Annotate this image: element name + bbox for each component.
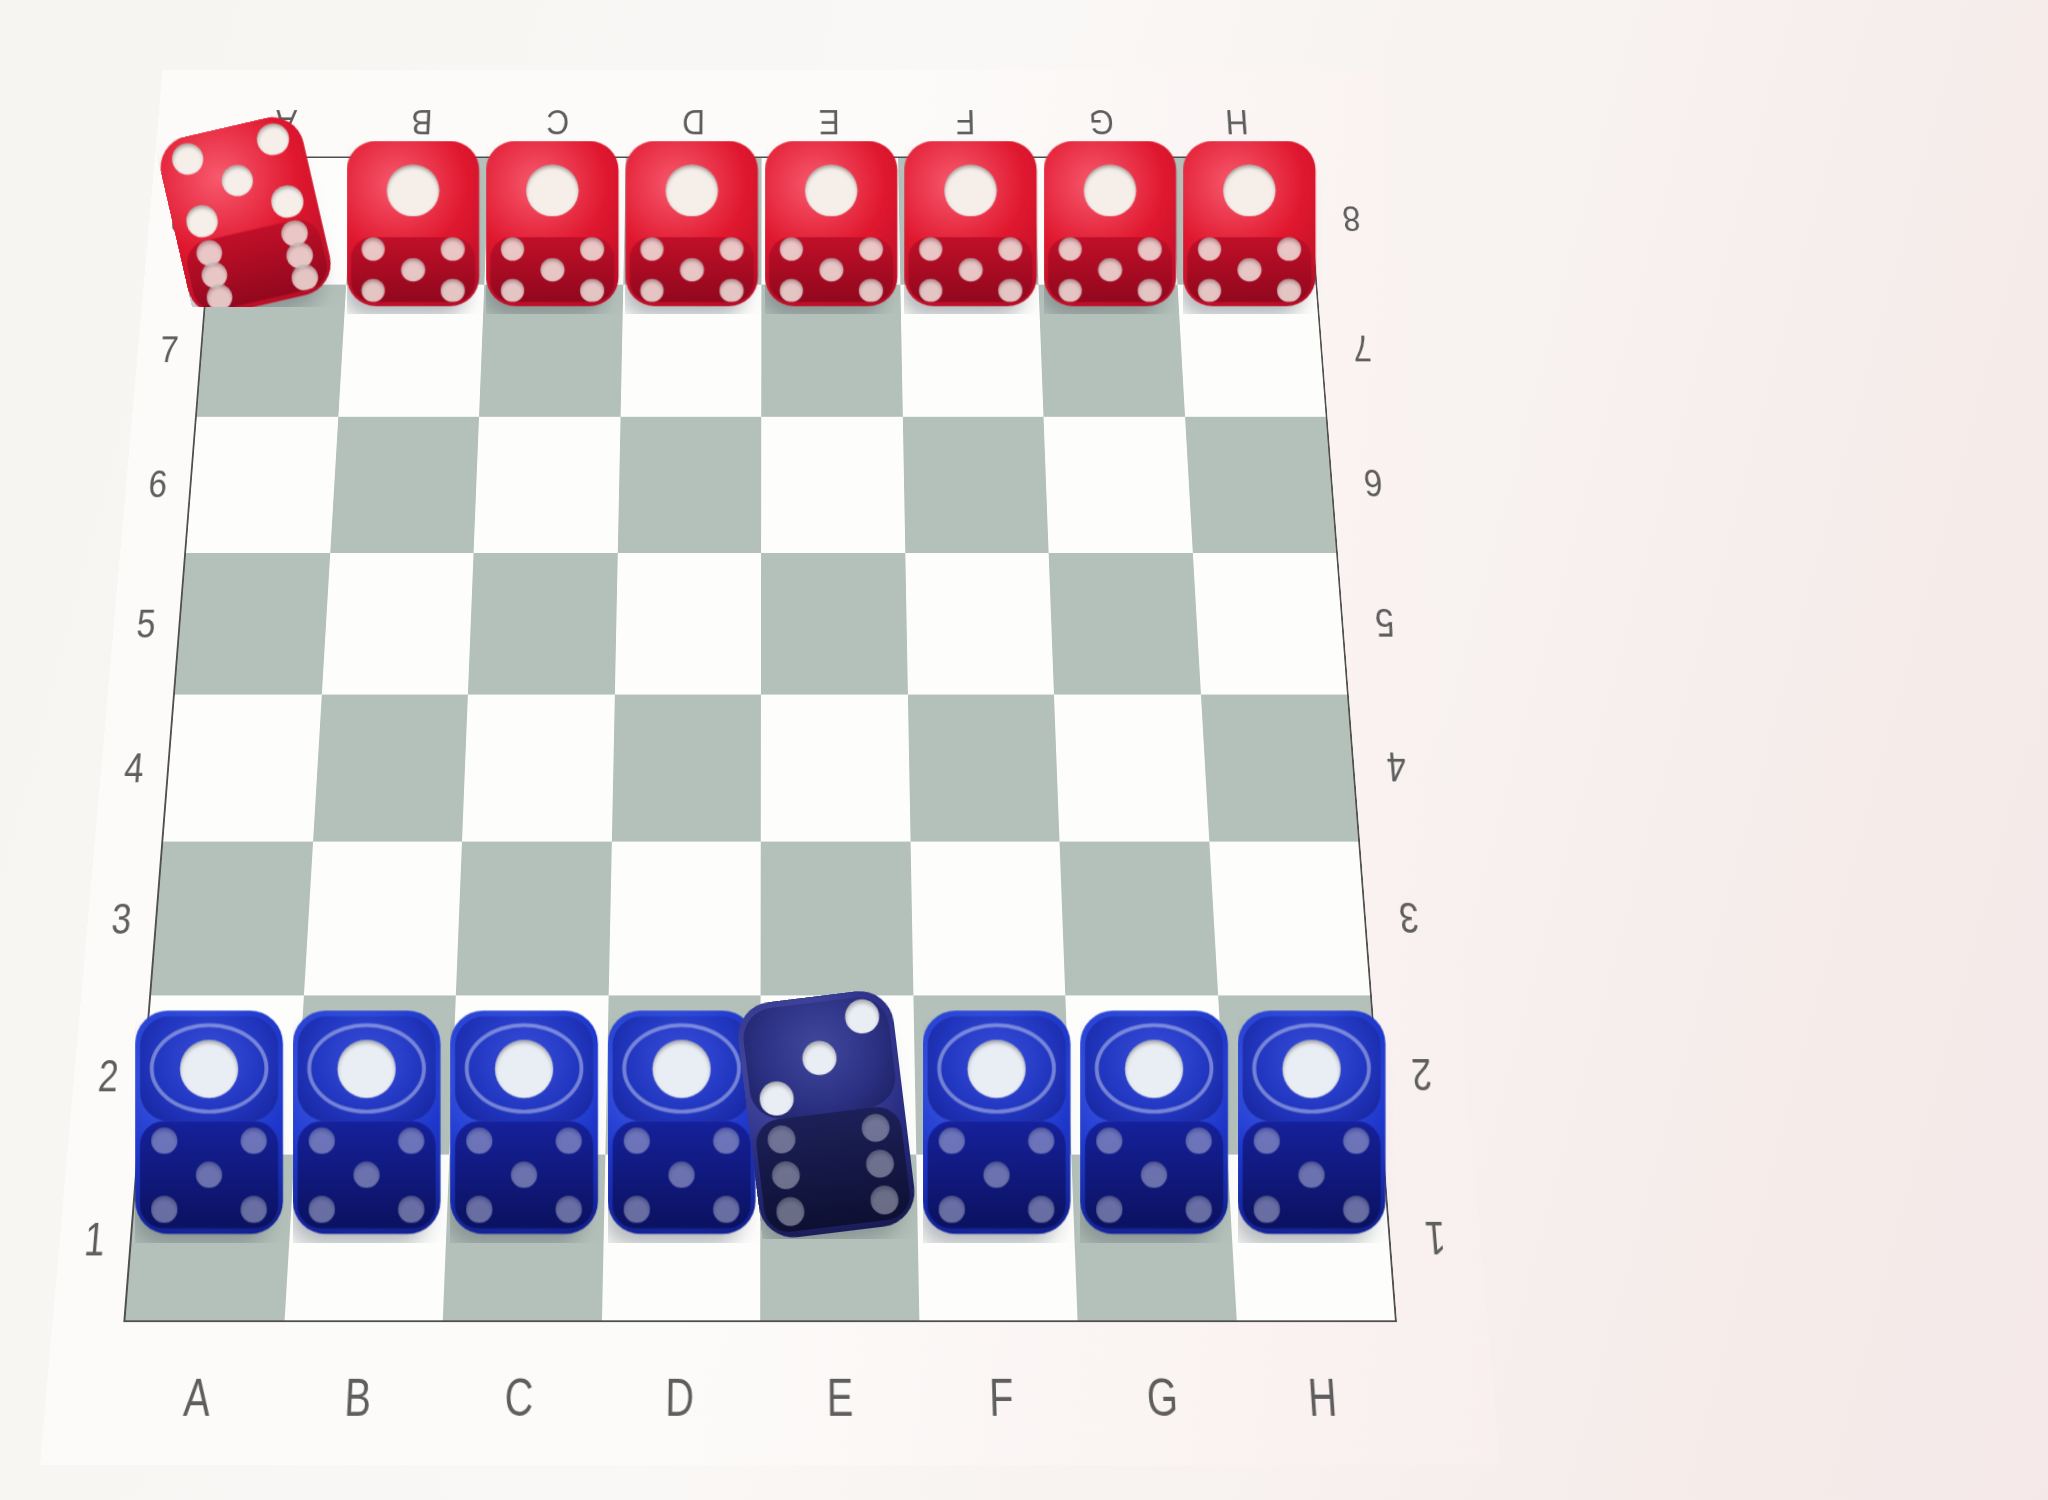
pip (466, 1196, 492, 1222)
pip (999, 237, 1023, 260)
die-front-face (753, 1104, 913, 1235)
pip (1343, 1196, 1369, 1222)
pip (1096, 1196, 1122, 1222)
pip (240, 1196, 266, 1222)
die-front-face (455, 1121, 594, 1228)
die-front-face (1085, 1121, 1224, 1228)
die-top-face (739, 994, 899, 1123)
square-d4[interactable] (611, 695, 761, 842)
rank-label-left-5: 5 (135, 602, 157, 643)
pip (309, 1127, 335, 1153)
pip (1198, 278, 1222, 301)
pip (1138, 237, 1162, 260)
pip (1138, 278, 1162, 301)
file-label-top-a: A (274, 105, 298, 141)
die-top-face (490, 145, 615, 236)
die-top-face (908, 145, 1033, 236)
square-f5[interactable] (905, 553, 1054, 695)
pip (1223, 164, 1275, 216)
pip (219, 161, 257, 199)
die-dark_blue-e1-showing-3[interactable] (734, 987, 918, 1241)
die-slot-e8 (761, 156, 901, 314)
pip (983, 1162, 1009, 1188)
square-e5[interactable] (761, 553, 908, 695)
pip (1098, 258, 1122, 282)
rank-label-right-6: 6 (1362, 464, 1384, 503)
square-d3[interactable] (608, 842, 761, 995)
pip (939, 1127, 965, 1153)
rank-label-right-3: 3 (1397, 896, 1420, 940)
die-front-face (629, 237, 754, 301)
die-front-face (351, 237, 476, 301)
pip (819, 258, 843, 282)
pip (169, 140, 207, 178)
file-label-bottom-g: G (1145, 1371, 1178, 1424)
die-red-h8-showing-1[interactable] (1183, 141, 1316, 306)
file-label-bottom-c: C (504, 1371, 534, 1424)
pip (1198, 237, 1222, 260)
pip (1084, 164, 1136, 216)
die-red-e8-showing-1[interactable] (765, 141, 898, 306)
pip (240, 1127, 266, 1153)
square-b5[interactable] (321, 553, 473, 695)
square-e4[interactable] (761, 695, 910, 842)
rank-label-right-7: 7 (1352, 330, 1373, 368)
pip (713, 1196, 739, 1222)
pip (939, 1196, 965, 1222)
die-blue-h1-showing-1[interactable] (1238, 1010, 1386, 1234)
pip (361, 237, 385, 260)
pip (1125, 1039, 1183, 1097)
pip (680, 258, 704, 282)
die-top-face (1242, 1016, 1381, 1121)
pip (720, 237, 744, 260)
square-c4[interactable] (462, 695, 614, 842)
pip (1185, 1196, 1211, 1222)
pip (1254, 1127, 1280, 1153)
pip (859, 278, 883, 301)
die-top-face (455, 1016, 594, 1121)
die-top-face (769, 145, 894, 236)
pip (501, 278, 525, 301)
rank-label-right-1: 1 (1423, 1214, 1447, 1262)
pip (398, 1127, 424, 1153)
file-label-top-f: F (955, 105, 975, 141)
file-label-bottom-h: H (1306, 1371, 1338, 1424)
file-label-top-d: D (682, 105, 705, 141)
file-label-top-e: E (819, 105, 840, 141)
die-top-face (351, 145, 476, 236)
die-slot-d8 (622, 156, 762, 314)
pip (495, 1039, 553, 1097)
die-red-d8-showing-1[interactable] (625, 141, 758, 306)
rank-label-left-8: 8 (170, 201, 191, 238)
square-g4[interactable] (1054, 695, 1209, 842)
die-top-face (927, 1016, 1066, 1121)
square-h5[interactable] (1192, 553, 1347, 695)
pip (771, 1160, 802, 1191)
pip (805, 164, 857, 216)
pip (720, 278, 744, 301)
square-c6[interactable] (474, 416, 621, 552)
pip (151, 1127, 177, 1153)
square-h6[interactable] (1185, 416, 1337, 552)
pip (775, 1196, 806, 1227)
pip (1096, 1127, 1122, 1153)
pip (1028, 1127, 1054, 1153)
pip (580, 278, 604, 301)
pip (309, 1196, 335, 1222)
pip (766, 1124, 797, 1155)
square-e6[interactable] (761, 416, 905, 552)
pip (361, 278, 385, 301)
pip (1298, 1162, 1324, 1188)
square-h4[interactable] (1200, 695, 1358, 842)
pip (758, 1080, 796, 1118)
file-label-top-b: B (411, 105, 434, 141)
file-label-top-c: C (546, 105, 570, 141)
die-front-face (908, 237, 1033, 301)
pip (555, 1127, 581, 1153)
die-top-face (1187, 145, 1312, 236)
pip (555, 1196, 581, 1222)
pip (1028, 1196, 1054, 1222)
rank-label-right-4: 4 (1385, 747, 1408, 789)
die-blue-d1-showing-1[interactable] (608, 1010, 756, 1234)
die-top-face (297, 1016, 436, 1121)
pip (666, 164, 718, 216)
rank-label-right-8: 8 (1341, 201, 1362, 238)
pip (1237, 258, 1261, 282)
pip (441, 237, 465, 260)
square-d5[interactable] (614, 553, 761, 695)
die-slot-c8 (482, 156, 625, 314)
pip (526, 164, 578, 216)
pip (180, 1039, 238, 1097)
pip (1058, 237, 1082, 260)
pip (967, 1039, 1025, 1097)
pip (268, 183, 306, 221)
square-f6[interactable] (902, 416, 1048, 552)
die-front-face (1048, 237, 1173, 301)
rank-label-left-7: 7 (159, 330, 180, 368)
square-f4[interactable] (907, 695, 1059, 842)
pip (668, 1162, 694, 1188)
pip (640, 278, 664, 301)
square-g6[interactable] (1043, 416, 1192, 552)
board-scene: ABCDEFGH 87654321 87654321 ABCDEFGH (40, 0, 1500, 1465)
chessboard (123, 156, 1397, 1322)
pip (540, 258, 564, 282)
die-red-g8-showing-1[interactable] (1044, 141, 1177, 306)
square-f3[interactable] (910, 842, 1065, 995)
die-top-face (140, 1016, 279, 1121)
pip (1141, 1162, 1167, 1188)
die-front-face (769, 237, 894, 301)
file-label-bottom-b: B (344, 1371, 373, 1424)
square-c3[interactable] (456, 842, 612, 995)
die-red-c8-showing-1[interactable] (486, 141, 619, 306)
pip (779, 237, 803, 260)
pip (864, 1148, 895, 1179)
square-b4[interactable] (313, 695, 468, 842)
pip (401, 258, 425, 282)
rank-label-left-3: 3 (110, 896, 133, 940)
die-front-face (1242, 1121, 1381, 1228)
pip (466, 1127, 492, 1153)
die-blue-c1-showing-1[interactable] (450, 1010, 598, 1234)
die-top-face (1085, 1016, 1224, 1121)
square-d6[interactable] (617, 416, 761, 552)
rank-label-left-1: 1 (83, 1214, 107, 1262)
pip (800, 1039, 838, 1077)
pip (353, 1162, 379, 1188)
die-blue-f1-showing-1[interactable] (923, 1010, 1071, 1234)
pip (580, 237, 604, 260)
pip (441, 278, 465, 301)
die-blue-a1-showing-1[interactable] (135, 1010, 283, 1234)
die-slot-g8 (1035, 156, 1181, 314)
die-slot-b8 (343, 156, 489, 314)
rank-label-left-6: 6 (147, 464, 169, 503)
pip (398, 1196, 424, 1222)
square-h3[interactable] (1209, 842, 1370, 995)
pip (1277, 278, 1301, 301)
pip (999, 278, 1023, 301)
pip (624, 1196, 650, 1222)
pip (1343, 1127, 1369, 1153)
square-a3[interactable] (151, 842, 312, 995)
pip (337, 1039, 395, 1097)
die-front-face (490, 237, 615, 301)
pip (959, 258, 983, 282)
file-label-bottom-a: A (183, 1371, 213, 1424)
square-a5[interactable] (175, 553, 330, 695)
die-slot-f8 (898, 156, 1040, 314)
pip (919, 278, 943, 301)
pip (624, 1127, 650, 1153)
pip (919, 237, 943, 260)
die-red-b8-showing-1[interactable] (347, 141, 480, 306)
die-slot-h8 (1171, 156, 1320, 314)
square-a4[interactable] (163, 695, 321, 842)
pip (779, 278, 803, 301)
board-paper: ABCDEFGH 87654321 87654321 ABCDEFGH (40, 70, 1500, 1465)
file-labels-bottom: ABCDEFGH (112, 1322, 1408, 1465)
rank-label-right-5: 5 (1374, 602, 1396, 643)
die-top-face (612, 1016, 751, 1121)
pip (1185, 1127, 1211, 1153)
rank-label-left-4: 4 (123, 747, 146, 789)
pip (1282, 1039, 1340, 1097)
rank-label-right-2: 2 (1410, 1052, 1434, 1098)
square-b6[interactable] (330, 416, 479, 552)
die-red-f8-showing-1[interactable] (904, 141, 1037, 306)
pip (869, 1184, 900, 1215)
pip (387, 164, 439, 216)
pip (859, 237, 883, 260)
die-top-face (1048, 145, 1173, 236)
square-g3[interactable] (1060, 842, 1218, 995)
square-c5[interactable] (468, 553, 617, 695)
file-label-bottom-f: F (988, 1371, 1014, 1424)
pip (511, 1162, 537, 1188)
rank-label-left-2: 2 (97, 1052, 121, 1098)
pip (1254, 1196, 1280, 1222)
pip (1277, 237, 1301, 260)
die-front-face (927, 1121, 1066, 1228)
pip (652, 1039, 710, 1097)
square-e3[interactable] (761, 842, 913, 995)
file-label-top-h: H (1224, 105, 1249, 141)
file-label-bottom-d: D (665, 1371, 694, 1424)
pip (713, 1127, 739, 1153)
pip (843, 998, 881, 1036)
die-front-face (1187, 237, 1312, 301)
square-a6[interactable] (186, 416, 338, 552)
pip (860, 1112, 891, 1143)
pip (501, 237, 525, 260)
pip (640, 237, 664, 260)
die-blue-g1-showing-1[interactable] (1080, 1010, 1228, 1234)
die-front-face (297, 1121, 436, 1228)
square-b3[interactable] (303, 842, 462, 995)
die-front-face (612, 1121, 751, 1228)
die-front-face (140, 1121, 279, 1228)
pip (151, 1196, 177, 1222)
die-blue-b1-showing-1[interactable] (293, 1010, 441, 1234)
square-g5[interactable] (1049, 553, 1201, 695)
pip (944, 164, 996, 216)
pip (196, 1162, 222, 1188)
die-top-face (629, 145, 754, 236)
pip (1058, 278, 1082, 301)
file-label-bottom-e: E (827, 1371, 854, 1424)
file-label-top-g: G (1088, 105, 1114, 141)
